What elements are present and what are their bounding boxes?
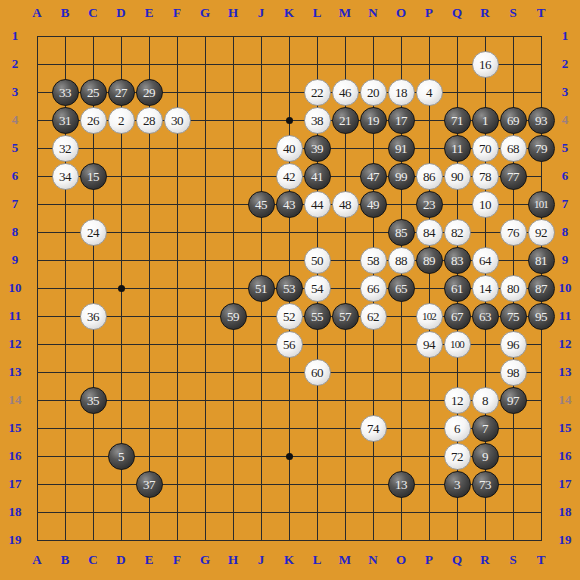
stone-black-move-95-t11: 95 [528,303,555,330]
row-label-left-2: 2 [2,56,28,72]
col-label-top-c: C [80,5,106,21]
stone-black-move-81-t9: 81 [528,247,555,274]
col-label-top-g: G [192,5,218,21]
col-label-bottom-n: N [360,552,386,568]
stone-white-move-36-c11: 36 [80,303,107,330]
stone-white-move-56-k12: 56 [276,331,303,358]
stone-white-move-62-n11: 62 [360,303,387,330]
col-label-bottom-k: K [276,552,302,568]
col-label-bottom-o: O [388,552,414,568]
row-label-left-16: 16 [2,448,28,464]
stone-white-move-70-r5: 70 [472,135,499,162]
stone-black-move-85-o8: 85 [388,219,415,246]
stone-white-move-100-q12: 100 [444,331,471,358]
col-label-top-s: S [500,5,526,21]
stone-white-move-98-s13: 98 [500,359,527,386]
stone-black-move-47-n6: 47 [360,163,387,190]
col-label-top-p: P [416,5,442,21]
col-label-top-f: F [164,5,190,21]
stone-white-move-34-b6: 34 [52,163,79,190]
stone-black-move-17-o4: 17 [388,107,415,134]
stone-black-move-41-l6: 41 [304,163,331,190]
row-label-left-6: 6 [2,168,28,184]
stone-black-move-91-o5: 91 [388,135,415,162]
stone-white-move-96-s12: 96 [500,331,527,358]
stone-white-move-22-l3: 22 [304,79,331,106]
row-label-right-8: 8 [552,224,578,240]
stone-white-move-90-q6: 90 [444,163,471,190]
stone-black-move-83-q9: 83 [444,247,471,274]
row-label-left-15: 15 [2,420,28,436]
stone-white-move-42-k6: 42 [276,163,303,190]
stone-black-move-71-q4: 71 [444,107,471,134]
stone-black-move-57-m11: 57 [332,303,359,330]
stone-white-move-50-l9: 50 [304,247,331,274]
go-kifu-diagram: AABBCCDDEEFFGGHHJJKKLLMMNNOOPPQQRRSSTT11… [0,0,580,580]
stone-white-move-82-q8: 82 [444,219,471,246]
stone-white-move-32-b5: 32 [52,135,79,162]
stone-black-move-3-q17: 3 [444,471,471,498]
row-label-right-16: 16 [552,448,578,464]
stone-white-move-4-p3: 4 [416,79,443,106]
stone-white-move-94-p12: 94 [416,331,443,358]
stone-white-move-44-l7: 44 [304,191,331,218]
stone-white-move-84-p8: 84 [416,219,443,246]
row-label-right-2: 2 [552,56,578,72]
row-label-right-19: 19 [552,532,578,548]
row-label-left-9: 9 [2,252,28,268]
stone-black-move-97-s14: 97 [500,387,527,414]
col-label-top-l: L [304,5,330,21]
col-label-bottom-b: B [52,552,78,568]
grid-vline [37,36,38,541]
col-label-bottom-q: Q [444,552,470,568]
row-label-left-17: 17 [2,476,28,492]
col-label-top-k: K [276,5,302,21]
col-label-bottom-l: L [304,552,330,568]
stone-black-move-23-p7: 23 [416,191,443,218]
row-label-left-14: 14 [2,392,28,408]
stone-black-move-63-r11: 63 [472,303,499,330]
row-label-right-12: 12 [552,336,578,352]
row-label-right-18: 18 [552,504,578,520]
stone-black-move-31-b4: 31 [52,107,79,134]
stone-white-move-46-m3: 46 [332,79,359,106]
stone-white-move-80-s10: 80 [500,275,527,302]
row-label-right-5: 5 [552,140,578,156]
stone-black-move-73-r17: 73 [472,471,499,498]
row-label-left-7: 7 [2,196,28,212]
stone-white-move-72-q16: 72 [444,443,471,470]
col-label-top-o: O [388,5,414,21]
col-label-top-a: A [24,5,50,21]
row-label-right-10: 10 [552,280,578,296]
row-label-right-13: 13 [552,364,578,380]
col-label-top-t: T [528,5,554,21]
row-label-right-9: 9 [552,252,578,268]
stone-black-move-35-c14: 35 [80,387,107,414]
col-label-bottom-s: S [500,552,526,568]
col-label-top-q: Q [444,5,470,21]
stone-white-move-102-p11: 102 [416,303,443,330]
stone-black-move-49-n7: 49 [360,191,387,218]
col-label-top-r: R [472,5,498,21]
row-label-right-1: 1 [552,28,578,44]
stone-black-move-5-d16: 5 [108,443,135,470]
row-label-left-5: 5 [2,140,28,156]
stone-white-move-76-s8: 76 [500,219,527,246]
col-label-top-n: N [360,5,386,21]
stone-white-move-66-n10: 66 [360,275,387,302]
stone-white-move-40-k5: 40 [276,135,303,162]
col-label-bottom-a: A [24,552,50,568]
stone-black-move-101-t7: 101 [528,191,555,218]
stone-black-move-93-t4: 93 [528,107,555,134]
stone-white-move-20-n3: 20 [360,79,387,106]
stone-black-move-99-o6: 99 [388,163,415,190]
grid-vline [429,36,430,541]
row-label-right-6: 6 [552,168,578,184]
stone-black-move-21-m4: 21 [332,107,359,134]
stone-black-move-27-d3: 27 [108,79,135,106]
col-label-top-h: H [220,5,246,21]
stone-black-move-1-r4: 1 [472,107,499,134]
stone-white-move-78-r6: 78 [472,163,499,190]
row-label-left-19: 19 [2,532,28,548]
row-label-right-3: 3 [552,84,578,100]
stone-black-move-67-q11: 67 [444,303,471,330]
row-label-left-12: 12 [2,336,28,352]
stone-white-move-68-s5: 68 [500,135,527,162]
stone-white-move-10-r7: 10 [472,191,499,218]
stone-black-move-33-b3: 33 [52,79,79,106]
stone-white-move-74-n15: 74 [360,415,387,442]
stone-black-move-69-s4: 69 [500,107,527,134]
col-label-bottom-m: M [332,552,358,568]
star-point-k4 [286,117,293,124]
stone-white-move-28-e4: 28 [136,107,163,134]
stone-white-move-26-c4: 26 [80,107,107,134]
stone-white-move-30-f4: 30 [164,107,191,134]
col-label-top-d: D [108,5,134,21]
col-label-bottom-f: F [164,552,190,568]
row-label-left-11: 11 [2,308,28,324]
stone-white-move-92-t8: 92 [528,219,555,246]
stone-black-move-53-k10: 53 [276,275,303,302]
col-label-bottom-r: R [472,552,498,568]
col-label-top-b: B [52,5,78,21]
stone-white-move-60-l13: 60 [304,359,331,386]
stone-white-move-88-o9: 88 [388,247,415,274]
stone-black-move-75-s11: 75 [500,303,527,330]
col-label-top-e: E [136,5,162,21]
stone-black-move-45-j7: 45 [248,191,275,218]
col-label-bottom-g: G [192,552,218,568]
row-label-left-3: 3 [2,84,28,100]
row-label-right-7: 7 [552,196,578,212]
stone-black-move-61-q10: 61 [444,275,471,302]
grid-vline [233,36,234,541]
col-label-bottom-p: P [416,552,442,568]
stone-white-move-14-r10: 14 [472,275,499,302]
stone-black-move-51-j10: 51 [248,275,275,302]
stone-white-move-52-k11: 52 [276,303,303,330]
stone-white-move-48-m7: 48 [332,191,359,218]
stone-black-move-11-q5: 11 [444,135,471,162]
row-label-right-15: 15 [552,420,578,436]
stone-white-move-18-o3: 18 [388,79,415,106]
stone-white-move-58-n9: 58 [360,247,387,274]
stone-black-move-15-c6: 15 [80,163,107,190]
stone-black-move-55-l11: 55 [304,303,331,330]
stone-black-move-87-t10: 87 [528,275,555,302]
row-label-left-10: 10 [2,280,28,296]
stone-white-move-64-r9: 64 [472,247,499,274]
stone-white-move-16-r2: 16 [472,51,499,78]
stone-white-move-54-l10: 54 [304,275,331,302]
stone-white-move-8-r14: 8 [472,387,499,414]
row-label-left-1: 1 [2,28,28,44]
col-label-top-m: M [332,5,358,21]
stone-black-move-79-t5: 79 [528,135,555,162]
row-label-left-8: 8 [2,224,28,240]
star-point-k16 [286,453,293,460]
stone-black-move-19-n4: 19 [360,107,387,134]
stone-black-move-59-h11: 59 [220,303,247,330]
row-label-right-14: 14 [552,392,578,408]
stone-black-move-39-l5: 39 [304,135,331,162]
stone-white-move-86-p6: 86 [416,163,443,190]
stone-white-move-12-q14: 12 [444,387,471,414]
stone-black-move-65-o10: 65 [388,275,415,302]
row-label-left-18: 18 [2,504,28,520]
col-label-bottom-t: T [528,552,554,568]
stone-black-move-25-c3: 25 [80,79,107,106]
row-label-right-4: 4 [552,112,578,128]
col-label-top-j: J [248,5,274,21]
col-label-bottom-e: E [136,552,162,568]
row-label-left-4: 4 [2,112,28,128]
stone-black-move-29-e3: 29 [136,79,163,106]
col-label-bottom-c: C [80,552,106,568]
stone-white-move-6-q15: 6 [444,415,471,442]
stone-black-move-43-k7: 43 [276,191,303,218]
star-point-d10 [118,285,125,292]
grid-vline [205,36,206,541]
row-label-left-13: 13 [2,364,28,380]
stone-black-move-77-s6: 77 [500,163,527,190]
stone-black-move-7-r15: 7 [472,415,499,442]
stone-black-move-9-r16: 9 [472,443,499,470]
stone-black-move-37-e17: 37 [136,471,163,498]
stone-black-move-89-p9: 89 [416,247,443,274]
col-label-bottom-j: J [248,552,274,568]
stone-black-move-13-o17: 13 [388,471,415,498]
row-label-right-17: 17 [552,476,578,492]
col-label-bottom-d: D [108,552,134,568]
col-label-bottom-h: H [220,552,246,568]
stone-white-move-38-l4: 38 [304,107,331,134]
stone-white-move-2-d4: 2 [108,107,135,134]
row-label-right-11: 11 [552,308,578,324]
stone-white-move-24-c8: 24 [80,219,107,246]
